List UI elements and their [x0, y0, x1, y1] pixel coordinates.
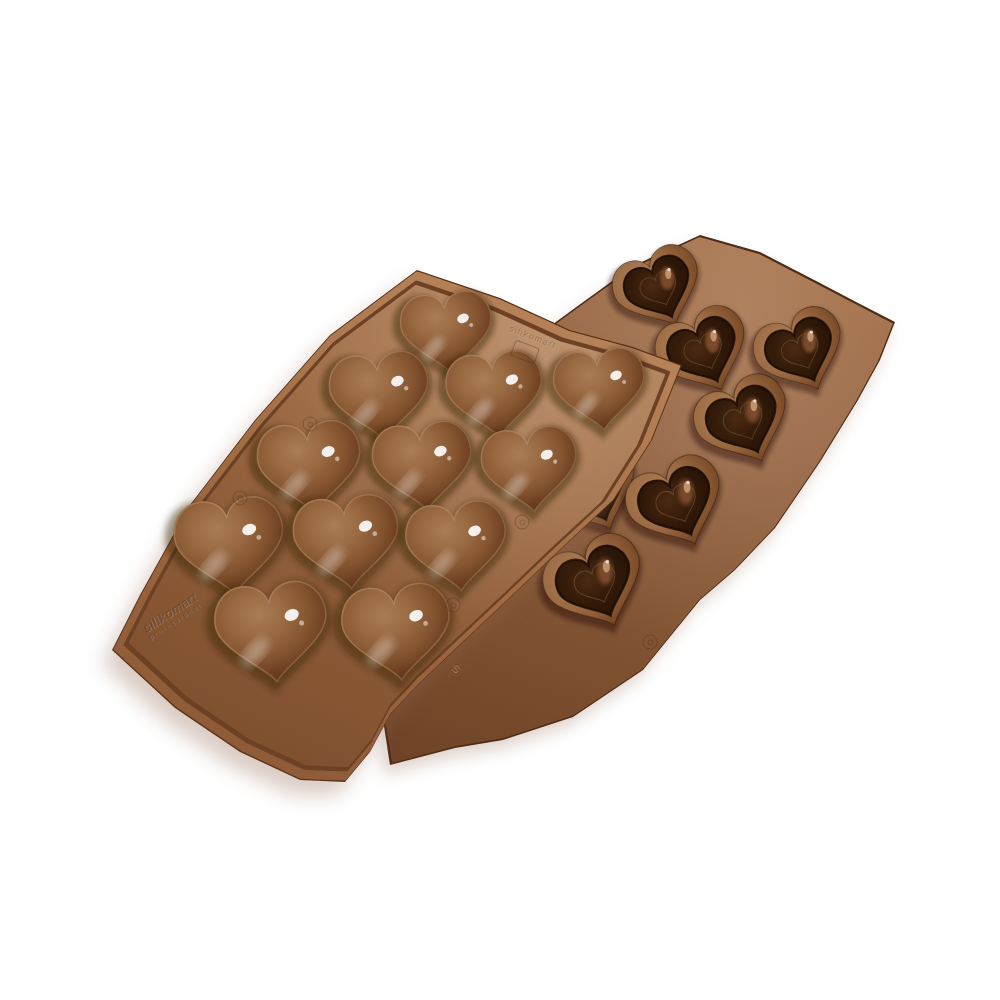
product-photo-stage: S silikomart silikomart professional	[0, 0, 1000, 1000]
front-mold	[112, 270, 682, 782]
